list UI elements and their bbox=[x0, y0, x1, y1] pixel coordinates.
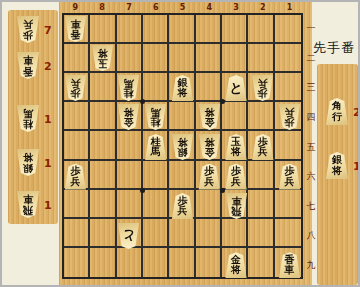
hand-count-gote-銀将: 1 bbox=[44, 157, 52, 170]
piece-kanji: 桂馬 bbox=[151, 137, 161, 158]
piece-kanji: 飛車 bbox=[23, 194, 33, 215]
square-2-4[interactable] bbox=[248, 102, 274, 131]
square-3-1[interactable] bbox=[222, 15, 248, 44]
square-6-8[interactable] bbox=[143, 219, 169, 248]
square-7-6[interactable] bbox=[117, 161, 143, 190]
piece-kanji: 歩兵 bbox=[285, 107, 295, 128]
rank-label-4: 四 bbox=[306, 111, 316, 124]
file-label-4: 4 bbox=[196, 3, 223, 12]
rank-label-9: 九 bbox=[306, 259, 316, 272]
square-2-7[interactable] bbox=[248, 190, 274, 219]
piece-kanji: 香車 bbox=[23, 55, 33, 76]
hand-piece-gote-銀将[interactable]: 銀将 bbox=[16, 149, 40, 176]
piece-kanji: と bbox=[122, 229, 135, 242]
square-9-7[interactable] bbox=[64, 190, 90, 219]
square-8-3[interactable] bbox=[90, 73, 116, 102]
piece-kanji: 歩兵 bbox=[285, 166, 295, 187]
file-label-8: 8 bbox=[89, 3, 116, 12]
rank-label-6: 六 bbox=[306, 170, 316, 183]
piece-kanji: 香車 bbox=[70, 18, 80, 39]
hand-count-gote-香車: 2 bbox=[44, 60, 52, 73]
rank-label-5: 五 bbox=[306, 141, 316, 154]
piece-kanji: 香車 bbox=[285, 255, 295, 276]
square-8-8[interactable] bbox=[90, 219, 116, 248]
hoshi-dot bbox=[140, 99, 145, 104]
square-5-9[interactable] bbox=[169, 248, 195, 277]
piece-kanji: 金将 bbox=[124, 107, 134, 128]
file-label-7: 7 bbox=[116, 3, 143, 12]
piece-kanji: 飛車 bbox=[231, 196, 241, 217]
piece-kanji: 歩兵 bbox=[204, 166, 214, 187]
square-1-1[interactable] bbox=[275, 15, 301, 44]
square-8-1[interactable] bbox=[90, 15, 116, 44]
square-6-1[interactable] bbox=[143, 15, 169, 44]
piece-kanji: 歩兵 bbox=[258, 137, 268, 158]
rank-label-3: 三 bbox=[306, 81, 316, 94]
hoshi-dot bbox=[140, 188, 145, 193]
square-8-9[interactable] bbox=[90, 248, 116, 277]
piece-kanji: 歩兵 bbox=[178, 196, 188, 217]
square-1-8[interactable] bbox=[275, 219, 301, 248]
turn-indicator: 先手番 bbox=[313, 39, 355, 57]
square-4-9[interactable] bbox=[196, 248, 222, 277]
piece-kanji: 金将 bbox=[204, 137, 214, 158]
hand-piece-gote-桂馬[interactable]: 桂馬 bbox=[16, 105, 40, 132]
rank-label-7: 七 bbox=[306, 200, 316, 213]
file-label-1: 1 bbox=[276, 3, 303, 12]
piece-kanji: 金将 bbox=[204, 107, 214, 128]
rank-label-1: 一 bbox=[306, 22, 316, 35]
gote-captured-tray: 歩兵7香車2桂馬1銀将1飛車1 bbox=[8, 10, 58, 224]
square-4-8[interactable] bbox=[196, 219, 222, 248]
shogi-board: 987654321一二三四五六七八九香車玉将歩兵桂馬銀将と歩兵金将桂馬金将歩兵桂… bbox=[59, 2, 312, 287]
hand-count-gote-歩兵: 7 bbox=[44, 24, 52, 37]
piece-kanji: 玉将 bbox=[97, 48, 107, 69]
square-7-2[interactable] bbox=[117, 44, 143, 73]
piece-kanji: 歩兵 bbox=[231, 166, 241, 187]
piece-kanji: 銀将 bbox=[332, 155, 342, 176]
hand-piece-gote-歩兵[interactable]: 歩兵 bbox=[16, 16, 40, 43]
square-2-9[interactable] bbox=[248, 248, 274, 277]
square-3-2[interactable] bbox=[222, 44, 248, 73]
square-5-4[interactable] bbox=[169, 102, 195, 131]
piece-kanji: 桂馬 bbox=[151, 107, 161, 128]
square-6-3[interactable] bbox=[143, 73, 169, 102]
square-4-3[interactable] bbox=[196, 73, 222, 102]
square-4-2[interactable] bbox=[196, 44, 222, 73]
piece-kanji: 歩兵 bbox=[70, 166, 80, 187]
square-6-7[interactable] bbox=[143, 190, 169, 219]
piece-kanji: 金将 bbox=[231, 255, 241, 276]
file-label-2: 2 bbox=[249, 3, 276, 12]
square-3-4[interactable] bbox=[222, 102, 248, 131]
square-1-5[interactable] bbox=[275, 131, 301, 160]
square-6-2[interactable] bbox=[143, 44, 169, 73]
square-8-5[interactable] bbox=[90, 131, 116, 160]
square-8-6[interactable] bbox=[90, 161, 116, 190]
square-5-2[interactable] bbox=[169, 44, 195, 73]
sente-captured-tray: 角行2銀将1 bbox=[317, 64, 358, 285]
square-9-9[interactable] bbox=[64, 248, 90, 277]
rank-label-8: 八 bbox=[306, 229, 316, 242]
square-8-7[interactable] bbox=[90, 190, 116, 219]
piece-kanji: 銀将 bbox=[23, 152, 33, 173]
square-6-6[interactable] bbox=[143, 161, 169, 190]
file-label-9: 9 bbox=[62, 3, 89, 12]
square-6-9[interactable] bbox=[143, 248, 169, 277]
piece-kanji: 歩兵 bbox=[70, 78, 80, 99]
hand-count-sente-銀将: 1 bbox=[353, 160, 360, 173]
square-9-4[interactable] bbox=[64, 102, 90, 131]
shogi-diagram: 987654321一二三四五六七八九香車玉将歩兵桂馬銀将と歩兵金将桂馬金将歩兵桂… bbox=[0, 0, 360, 287]
piece-kanji: と bbox=[229, 81, 242, 94]
piece-kanji: 玉将 bbox=[231, 137, 241, 158]
hand-count-gote-飛車: 1 bbox=[44, 199, 52, 212]
piece-kanji: 歩兵 bbox=[258, 78, 268, 99]
hand-piece-gote-飛車[interactable]: 飛車 bbox=[16, 191, 40, 218]
piece-kanji: 桂馬 bbox=[23, 108, 33, 129]
piece-kanji: 桂馬 bbox=[124, 78, 134, 99]
hand-piece-gote-香車[interactable]: 香車 bbox=[16, 52, 40, 79]
square-1-7[interactable] bbox=[275, 190, 301, 219]
hoshi-dot bbox=[220, 188, 225, 193]
file-label-3: 3 bbox=[223, 3, 250, 12]
square-7-7[interactable] bbox=[117, 190, 143, 219]
square-9-8[interactable] bbox=[64, 219, 90, 248]
square-9-5[interactable] bbox=[64, 131, 90, 160]
square-4-7[interactable] bbox=[196, 190, 222, 219]
hand-count-gote-桂馬: 1 bbox=[44, 113, 52, 126]
piece-kanji: 銀将 bbox=[178, 137, 188, 158]
square-2-1[interactable] bbox=[248, 15, 274, 44]
square-9-2[interactable] bbox=[64, 44, 90, 73]
square-5-1[interactable] bbox=[169, 15, 195, 44]
square-1-3[interactable] bbox=[275, 73, 301, 102]
hand-piece-sente-銀将[interactable]: 銀将 bbox=[325, 152, 349, 179]
square-2-8[interactable] bbox=[248, 219, 274, 248]
file-label-6: 6 bbox=[142, 3, 169, 12]
piece-kanji: 銀将 bbox=[178, 78, 188, 99]
hand-piece-sente-角行[interactable]: 角行 bbox=[325, 98, 349, 125]
square-7-5[interactable] bbox=[117, 131, 143, 160]
square-8-4[interactable] bbox=[90, 102, 116, 131]
square-7-9[interactable] bbox=[117, 248, 143, 277]
square-3-8[interactable] bbox=[222, 219, 248, 248]
square-2-6[interactable] bbox=[248, 161, 274, 190]
piece-kanji: 角行 bbox=[332, 101, 342, 122]
square-2-2[interactable] bbox=[248, 44, 274, 73]
square-7-1[interactable] bbox=[117, 15, 143, 44]
piece-kanji: 歩兵 bbox=[23, 19, 33, 40]
square-5-8[interactable] bbox=[169, 219, 195, 248]
square-1-2[interactable] bbox=[275, 44, 301, 73]
file-label-5: 5 bbox=[169, 3, 196, 12]
hand-count-sente-角行: 2 bbox=[353, 106, 360, 119]
square-4-1[interactable] bbox=[196, 15, 222, 44]
square-5-6[interactable] bbox=[169, 161, 195, 190]
